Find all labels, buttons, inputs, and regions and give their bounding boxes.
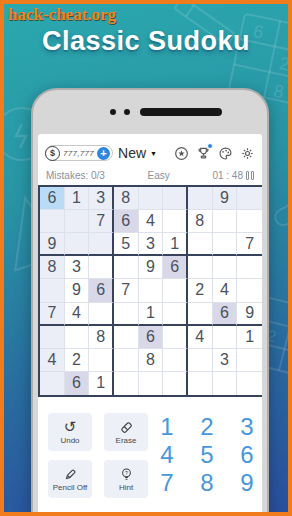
pause-button[interactable] [246, 171, 254, 180]
sudoku-cell-r7c2[interactable] [65, 326, 90, 349]
sudoku-cell-r4c4[interactable] [114, 256, 139, 279]
eraser-icon [119, 419, 134, 435]
sudoku-cell-r6c4[interactable] [114, 303, 139, 326]
numpad-key-6[interactable]: 6 [240, 443, 253, 467]
app-frame: 6 2 8 8 2 hack-ch [0, 0, 292, 516]
sudoku-cell-r5c6[interactable] [163, 279, 188, 302]
number-pad: 123456789 [148, 413, 262, 498]
sudoku-cell-r4c2[interactable]: 3 [65, 256, 90, 279]
sudoku-cell-r1c5[interactable] [139, 187, 164, 210]
sudoku-cell-r3c2[interactable] [65, 233, 90, 256]
chevron-down-icon: ▼ [150, 150, 157, 157]
sudoku-cell-r3c6[interactable]: 1 [163, 233, 188, 256]
sudoku-cell-r6c2[interactable]: 4 [65, 303, 90, 326]
numpad-key-4[interactable]: 4 [160, 443, 173, 467]
sudoku-cell-r9c6[interactable] [163, 372, 188, 395]
sudoku-cell-r1c2[interactable]: 1 [65, 187, 90, 210]
camera-dot-icon [110, 109, 116, 115]
sudoku-cell-r1c1[interactable]: 6 [40, 187, 65, 210]
sudoku-cell-r1c8[interactable]: 9 [213, 187, 238, 210]
sudoku-cell-r2c6[interactable] [163, 210, 188, 233]
sudoku-cell-r5c1[interactable] [40, 279, 65, 302]
sudoku-cell-r1c3[interactable]: 3 [89, 187, 114, 210]
sudoku-cell-r2c8[interactable] [213, 210, 238, 233]
undo-button[interactable]: ↺Undo [48, 413, 92, 451]
numpad-key-7[interactable]: 7 [160, 471, 173, 495]
sudoku-cell-r2c2[interactable] [65, 210, 90, 233]
sudoku-cell-r7c5[interactable]: 6 [139, 326, 164, 349]
sudoku-cell-r9c1[interactable] [40, 372, 65, 395]
numpad-key-2[interactable]: 2 [200, 415, 213, 439]
new-game-label: New [118, 145, 146, 161]
sudoku-cell-r3c7[interactable] [188, 233, 213, 256]
svg-text:?: ? [125, 469, 128, 475]
sudoku-cell-r7c9[interactable]: 1 [237, 326, 262, 349]
sudoku-cell-r5c8[interactable]: 4 [213, 279, 238, 302]
palette-icon[interactable] [218, 146, 233, 161]
sudoku-cell-r4c9[interactable] [237, 256, 262, 279]
new-game-dropdown[interactable]: New ▼ [118, 145, 157, 161]
sudoku-cell-r2c3[interactable]: 7 [89, 210, 114, 233]
settings-gear-icon[interactable] [240, 146, 255, 161]
action-button-label: Erase [116, 436, 137, 445]
sudoku-cell-r1c6[interactable] [163, 187, 188, 210]
sudoku-cell-r2c4[interactable]: 6 [114, 210, 139, 233]
sudoku-cell-r9c5[interactable] [139, 372, 164, 395]
coin-balance[interactable]: $ 777,777 + [45, 145, 113, 161]
status-row: Mistakes: 0/3 Easy 01 : 48 [38, 164, 262, 183]
sudoku-cell-r8c1[interactable]: 4 [40, 349, 65, 372]
numpad-key-5[interactable]: 5 [200, 443, 213, 467]
sudoku-cell-r1c7[interactable] [188, 187, 213, 210]
hint-button[interactable]: ?Hint [104, 460, 148, 498]
camera-dot-icon [124, 109, 130, 115]
medal-icon[interactable] [174, 146, 189, 161]
sudoku-cell-r8c3[interactable] [89, 349, 114, 372]
add-coins-button[interactable]: + [97, 147, 110, 160]
sudoku-cell-r5c3[interactable]: 6 [89, 279, 114, 302]
difficulty-label: Easy [105, 170, 212, 181]
sudoku-cell-r4c6[interactable]: 6 [163, 256, 188, 279]
notification-badge [207, 143, 213, 149]
sudoku-cell-r4c8[interactable] [213, 256, 238, 279]
toolbar: $ 777,777 + New ▼ [38, 134, 262, 164]
sudoku-cell-r8c9[interactable] [237, 349, 262, 372]
sudoku-cell-r3c4[interactable]: 5 [114, 233, 139, 256]
speaker-bar [140, 108, 222, 116]
svg-text:8: 8 [272, 80, 286, 102]
sudoku-cell-r6c5[interactable]: 1 [139, 303, 164, 326]
sudoku-cell-r4c3[interactable] [89, 256, 114, 279]
sudoku-cell-r8c6[interactable] [163, 349, 188, 372]
sudoku-cell-r9c9[interactable] [237, 372, 262, 395]
sudoku-cell-r5c5[interactable] [139, 279, 164, 302]
coin-icon: $ [45, 146, 60, 161]
action-buttons: ↺UndoErasePencil Off?Hint [48, 413, 148, 498]
hint-icon: ? [119, 466, 134, 482]
sudoku-cell-r6c8[interactable]: 6 [213, 303, 238, 326]
sudoku-cell-r6c9[interactable]: 9 [237, 303, 262, 326]
sudoku-cell-r1c4[interactable]: 8 [114, 187, 139, 210]
sudoku-cell-r2c7[interactable]: 8 [188, 210, 213, 233]
pencil-off-button[interactable]: Pencil Off [48, 460, 92, 498]
action-button-label: Undo [60, 436, 79, 445]
sudoku-cell-r5c7[interactable]: 2 [188, 279, 213, 302]
sudoku-cell-r5c4[interactable]: 7 [114, 279, 139, 302]
sudoku-cell-r8c7[interactable] [188, 349, 213, 372]
action-button-label: Pencil Off [53, 483, 88, 492]
trophy-icon[interactable] [196, 146, 211, 161]
sudoku-cell-r6c3[interactable] [89, 303, 114, 326]
sudoku-cell-r5c9[interactable] [237, 279, 262, 302]
sudoku-cell-r4c5[interactable]: 9 [139, 256, 164, 279]
sudoku-cell-r3c3[interactable] [89, 233, 114, 256]
numpad-key-9[interactable]: 9 [240, 471, 253, 495]
sudoku-cell-r7c3[interactable]: 8 [89, 326, 114, 349]
phone-mockup: $ 777,777 + New ▼ [31, 88, 269, 516]
sudoku-cell-r9c7[interactable] [188, 372, 213, 395]
sudoku-cell-r6c7[interactable] [188, 303, 213, 326]
toolbar-icons [174, 146, 255, 161]
sudoku-cell-r1c9[interactable] [237, 187, 262, 210]
sudoku-cell-r8c8[interactable]: 3 [213, 349, 238, 372]
sudoku-cell-r9c4[interactable] [114, 372, 139, 395]
sudoku-cell-r5c2[interactable]: 9 [65, 279, 90, 302]
controls-row: ↺UndoErasePencil Off?Hint 123456789 [38, 397, 262, 498]
undo-icon: ↺ [64, 419, 77, 435]
erase-button[interactable]: Erase [104, 413, 148, 451]
sudoku-cell-r6c1[interactable]: 7 [40, 303, 65, 326]
sudoku-cell-r4c7[interactable] [188, 256, 213, 279]
watermark: hack-cheat.org [8, 5, 116, 25]
banner-title: Classic Sudoku [4, 26, 288, 57]
sudoku-cell-r4c1[interactable]: 8 [40, 256, 65, 279]
sudoku-cell-r3c9[interactable]: 7 [237, 233, 262, 256]
sudoku-cell-r2c1[interactable] [40, 210, 65, 233]
sudoku-cell-r8c2[interactable]: 2 [65, 349, 90, 372]
sudoku-cell-r7c1[interactable] [40, 326, 65, 349]
sudoku-cell-r3c5[interactable]: 3 [139, 233, 164, 256]
sudoku-cell-r2c5[interactable]: 4 [139, 210, 164, 233]
sudoku-cell-r7c6[interactable] [163, 326, 188, 349]
numpad-key-8[interactable]: 8 [200, 471, 213, 495]
sudoku-cell-r8c4[interactable] [114, 349, 139, 372]
mistakes-counter: Mistakes: 0/3 [46, 170, 105, 181]
numpad-key-3[interactable]: 3 [240, 415, 253, 439]
action-button-label: Hint [119, 483, 133, 492]
sudoku-cell-r7c8[interactable] [213, 326, 238, 349]
coin-amount: 777,777 [60, 149, 97, 158]
sudoku-cell-r3c1[interactable]: 9 [40, 233, 65, 256]
sudoku-cell-r7c7[interactable]: 4 [188, 326, 213, 349]
pencil-icon [63, 466, 78, 482]
sudoku-cell-r9c8[interactable] [213, 372, 238, 395]
sudoku-cell-r9c3[interactable]: 1 [89, 372, 114, 395]
sudoku-cell-r3c8[interactable] [213, 233, 238, 256]
sudoku-cell-r7c4[interactable] [114, 326, 139, 349]
sudoku-board: 61389764895317839696724741698641428361 [38, 185, 262, 397]
timer: 01 : 48 [212, 170, 243, 181]
numpad-key-1[interactable]: 1 [160, 415, 173, 439]
sudoku-cell-r6c6[interactable] [163, 303, 188, 326]
game-screen: $ 777,777 + New ▼ [38, 134, 262, 516]
sudoku-cell-r9c2[interactable]: 6 [65, 372, 90, 395]
sudoku-cell-r2c9[interactable] [237, 210, 262, 233]
sudoku-cell-r8c5[interactable]: 8 [139, 349, 164, 372]
